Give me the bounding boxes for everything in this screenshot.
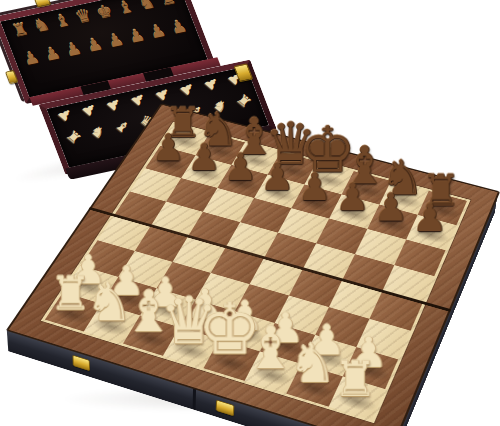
latch-icon bbox=[73, 355, 91, 371]
piece-black-pawn: ♟ bbox=[370, 198, 488, 236]
board-stage: ♜♞♝♛♚♝♞♜♟♟♟♟♟♟♟♟♟♟♟♟♟♟♟♟♜♞♝♛♚♝♞♜ bbox=[0, 0, 500, 426]
piece-white-rook: ♜ bbox=[289, 354, 420, 403]
product-photo-scene: ♜♞♝♛♚♝♞♜ ♟♟♟♟♟♟♟♟ ♟♟♟♟♟♟♟♟ ♜♞♝♛♚♝♞♜ bbox=[0, 0, 500, 426]
latch-icon bbox=[216, 400, 235, 417]
board-top: ♜♞♝♛♚♝♞♜♟♟♟♟♟♟♟♟♟♟♟♟♟♟♟♟♜♞♝♛♚♝♞♜ bbox=[6, 103, 500, 426]
front-seam bbox=[193, 387, 196, 410]
